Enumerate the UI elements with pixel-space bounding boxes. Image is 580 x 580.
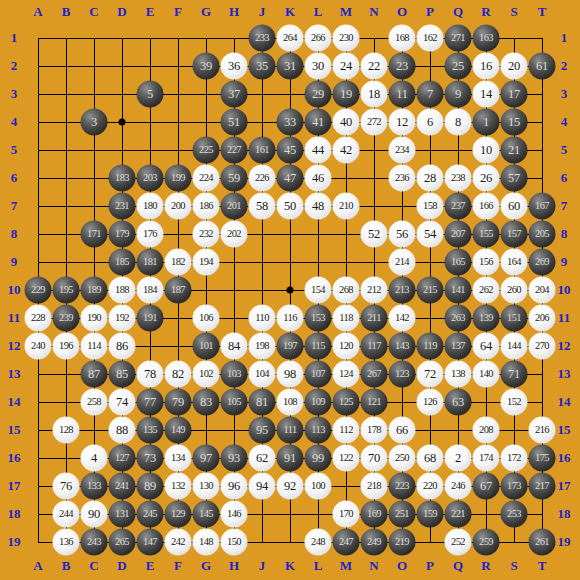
black-stone-E15[interactable]: 135 bbox=[137, 417, 164, 444]
white-stone-B15[interactable]: 128 bbox=[53, 417, 80, 444]
white-stone-O6[interactable]: 236 bbox=[389, 165, 416, 192]
white-stone-C14[interactable]: 258 bbox=[81, 389, 108, 416]
white-stone-M16[interactable]: 122 bbox=[333, 445, 360, 472]
black-stone-S5[interactable]: 21 bbox=[501, 137, 528, 164]
white-stone-P17[interactable]: 220 bbox=[417, 473, 444, 500]
black-stone-C10[interactable]: 189 bbox=[81, 277, 108, 304]
black-stone-D6[interactable]: 183 bbox=[109, 165, 136, 192]
black-stone-E18[interactable]: 245 bbox=[137, 501, 164, 528]
black-stone-H4[interactable]: 51 bbox=[221, 109, 248, 136]
white-stone-M13[interactable]: 124 bbox=[333, 361, 360, 388]
white-stone-Q17[interactable]: 246 bbox=[445, 473, 472, 500]
black-stone-L14[interactable]: 109 bbox=[305, 389, 332, 416]
white-stone-M7[interactable]: 210 bbox=[333, 193, 360, 220]
white-stone-A12[interactable]: 240 bbox=[25, 333, 52, 360]
black-stone-O12[interactable]: 143 bbox=[389, 333, 416, 360]
move-number: 182 bbox=[171, 257, 185, 268]
move-number: 250 bbox=[395, 453, 409, 464]
white-stone-D10[interactable]: 188 bbox=[109, 277, 136, 304]
move-number: 64 bbox=[480, 340, 492, 353]
white-stone-G13[interactable]: 102 bbox=[193, 361, 220, 388]
white-stone-P14[interactable]: 126 bbox=[417, 389, 444, 416]
black-stone-B11[interactable]: 239 bbox=[53, 305, 80, 332]
black-stone-O13[interactable]: 123 bbox=[389, 361, 416, 388]
black-stone-K6[interactable]: 47 bbox=[277, 165, 304, 192]
white-stone-K17[interactable]: 92 bbox=[277, 473, 304, 500]
black-stone-B10[interactable]: 195 bbox=[53, 277, 80, 304]
row-label-right-5: 5 bbox=[561, 142, 568, 158]
black-stone-Q1[interactable]: 271 bbox=[445, 25, 472, 52]
black-stone-S3[interactable]: 17 bbox=[501, 81, 528, 108]
black-stone-F6[interactable]: 199 bbox=[165, 165, 192, 192]
white-stone-Q16[interactable]: 2 bbox=[445, 445, 472, 472]
black-stone-T9[interactable]: 269 bbox=[529, 249, 556, 276]
black-stone-H7[interactable]: 201 bbox=[221, 193, 248, 220]
white-stone-E8[interactable]: 176 bbox=[137, 221, 164, 248]
white-stone-A11[interactable]: 228 bbox=[25, 305, 52, 332]
black-stone-J14[interactable]: 81 bbox=[249, 389, 276, 416]
white-stone-C11[interactable]: 190 bbox=[81, 305, 108, 332]
black-stone-F14[interactable]: 79 bbox=[165, 389, 192, 416]
white-stone-T10[interactable]: 204 bbox=[529, 277, 556, 304]
white-stone-T12[interactable]: 270 bbox=[529, 333, 556, 360]
white-stone-G11[interactable]: 106 bbox=[193, 305, 220, 332]
black-stone-Q9[interactable]: 165 bbox=[445, 249, 472, 276]
black-stone-Q10[interactable]: 141 bbox=[445, 277, 472, 304]
white-stone-O15[interactable]: 66 bbox=[389, 417, 416, 444]
white-stone-L5[interactable]: 44 bbox=[305, 137, 332, 164]
move-number: 72 bbox=[424, 368, 436, 381]
black-stone-D8[interactable]: 179 bbox=[109, 221, 136, 248]
black-stone-O17[interactable]: 223 bbox=[389, 473, 416, 500]
white-stone-H19[interactable]: 150 bbox=[221, 529, 248, 556]
black-stone-Q18[interactable]: 221 bbox=[445, 501, 472, 528]
black-stone-R1[interactable]: 163 bbox=[473, 25, 500, 52]
black-stone-Q8[interactable]: 207 bbox=[445, 221, 472, 248]
black-stone-N19[interactable]: 249 bbox=[361, 529, 388, 556]
white-stone-F13[interactable]: 82 bbox=[165, 361, 192, 388]
white-stone-N17[interactable]: 218 bbox=[361, 473, 388, 500]
white-stone-B19[interactable]: 136 bbox=[53, 529, 80, 556]
black-stone-Q14[interactable]: 63 bbox=[445, 389, 472, 416]
white-stone-D15[interactable]: 88 bbox=[109, 417, 136, 444]
white-stone-L17[interactable]: 100 bbox=[305, 473, 332, 500]
black-stone-D17[interactable]: 241 bbox=[109, 473, 136, 500]
move-number: 146 bbox=[227, 509, 241, 520]
white-stone-L1[interactable]: 266 bbox=[305, 25, 332, 52]
black-stone-G5[interactable]: 225 bbox=[193, 137, 220, 164]
move-number: 258 bbox=[87, 397, 101, 408]
black-stone-G12[interactable]: 101 bbox=[193, 333, 220, 360]
white-stone-O5[interactable]: 234 bbox=[389, 137, 416, 164]
black-stone-S17[interactable]: 173 bbox=[501, 473, 528, 500]
white-stone-F17[interactable]: 132 bbox=[165, 473, 192, 500]
white-stone-G17[interactable]: 130 bbox=[193, 473, 220, 500]
white-stone-N3[interactable]: 18 bbox=[361, 81, 388, 108]
white-stone-H18[interactable]: 146 bbox=[221, 501, 248, 528]
black-stone-Q3[interactable]: 9 bbox=[445, 81, 472, 108]
white-stone-O4[interactable]: 12 bbox=[389, 109, 416, 136]
black-stone-T19[interactable]: 261 bbox=[529, 529, 556, 556]
white-stone-G9[interactable]: 194 bbox=[193, 249, 220, 276]
black-stone-P12[interactable]: 119 bbox=[417, 333, 444, 360]
white-stone-R10[interactable]: 262 bbox=[473, 277, 500, 304]
black-stone-L3[interactable]: 29 bbox=[305, 81, 332, 108]
black-stone-S6[interactable]: 57 bbox=[501, 165, 528, 192]
white-stone-O8[interactable]: 56 bbox=[389, 221, 416, 248]
white-stone-R5[interactable]: 10 bbox=[473, 137, 500, 164]
white-stone-R7[interactable]: 166 bbox=[473, 193, 500, 220]
black-stone-H16[interactable]: 93 bbox=[221, 445, 248, 472]
white-stone-Q13[interactable]: 138 bbox=[445, 361, 472, 388]
move-number: 199 bbox=[171, 173, 185, 184]
row-label-left-10: 10 bbox=[8, 282, 21, 298]
white-stone-C18[interactable]: 90 bbox=[81, 501, 108, 528]
white-stone-B17[interactable]: 76 bbox=[53, 473, 80, 500]
white-stone-E10[interactable]: 184 bbox=[137, 277, 164, 304]
black-stone-H3[interactable]: 37 bbox=[221, 81, 248, 108]
white-stone-T11[interactable]: 206 bbox=[529, 305, 556, 332]
black-stone-E14[interactable]: 77 bbox=[137, 389, 164, 416]
black-stone-L15[interactable]: 113 bbox=[305, 417, 332, 444]
black-stone-L4[interactable]: 41 bbox=[305, 109, 332, 136]
white-stone-O16[interactable]: 250 bbox=[389, 445, 416, 472]
white-stone-M15[interactable]: 112 bbox=[333, 417, 360, 444]
black-stone-D18[interactable]: 131 bbox=[109, 501, 136, 528]
black-stone-K5[interactable]: 45 bbox=[277, 137, 304, 164]
white-stone-F7[interactable]: 200 bbox=[165, 193, 192, 220]
white-stone-S16[interactable]: 172 bbox=[501, 445, 528, 472]
white-stone-G8[interactable]: 232 bbox=[193, 221, 220, 248]
move-number: 181 bbox=[143, 257, 157, 268]
black-stone-K16[interactable]: 91 bbox=[277, 445, 304, 472]
black-stone-T16[interactable]: 175 bbox=[529, 445, 556, 472]
black-stone-O19[interactable]: 219 bbox=[389, 529, 416, 556]
move-number: 187 bbox=[171, 285, 185, 296]
white-stone-F16[interactable]: 134 bbox=[165, 445, 192, 472]
move-number: 58 bbox=[256, 200, 268, 213]
black-stone-K15[interactable]: 111 bbox=[277, 417, 304, 444]
col-label-top-C: C bbox=[89, 4, 98, 20]
white-stone-S7[interactable]: 60 bbox=[501, 193, 528, 220]
white-stone-E13[interactable]: 78 bbox=[137, 361, 164, 388]
col-label-top-D: D bbox=[117, 4, 126, 20]
move-number: 266 bbox=[311, 33, 325, 44]
black-stone-O3[interactable]: 11 bbox=[389, 81, 416, 108]
black-stone-D13[interactable]: 85 bbox=[109, 361, 136, 388]
white-stone-N15[interactable]: 178 bbox=[361, 417, 388, 444]
black-stone-S8[interactable]: 157 bbox=[501, 221, 528, 248]
move-number: 252 bbox=[451, 537, 465, 548]
black-stone-H13[interactable]: 103 bbox=[221, 361, 248, 388]
white-stone-L2[interactable]: 30 bbox=[305, 53, 332, 80]
white-stone-E7[interactable]: 180 bbox=[137, 193, 164, 220]
black-stone-F10[interactable]: 187 bbox=[165, 277, 192, 304]
white-stone-T15[interactable]: 216 bbox=[529, 417, 556, 444]
white-stone-J16[interactable]: 62 bbox=[249, 445, 276, 472]
white-stone-N10[interactable]: 212 bbox=[361, 277, 388, 304]
black-stone-T7[interactable]: 167 bbox=[529, 193, 556, 220]
white-stone-P13[interactable]: 72 bbox=[417, 361, 444, 388]
white-stone-S10[interactable]: 260 bbox=[501, 277, 528, 304]
black-stone-L13[interactable]: 107 bbox=[305, 361, 332, 388]
white-stone-N4[interactable]: 272 bbox=[361, 109, 388, 136]
white-stone-J6[interactable]: 226 bbox=[249, 165, 276, 192]
black-stone-O18[interactable]: 251 bbox=[389, 501, 416, 528]
white-stone-P4[interactable]: 6 bbox=[417, 109, 444, 136]
black-stone-J1[interactable]: 233 bbox=[249, 25, 276, 52]
black-stone-D9[interactable]: 185 bbox=[109, 249, 136, 276]
col-label-bottom-K: K bbox=[285, 558, 295, 574]
white-stone-Q6[interactable]: 238 bbox=[445, 165, 472, 192]
white-stone-P8[interactable]: 54 bbox=[417, 221, 444, 248]
black-stone-P10[interactable]: 215 bbox=[417, 277, 444, 304]
white-stone-M11[interactable]: 118 bbox=[333, 305, 360, 332]
black-stone-J2[interactable]: 35 bbox=[249, 53, 276, 80]
black-stone-T17[interactable]: 217 bbox=[529, 473, 556, 500]
black-stone-E3[interactable]: 5 bbox=[137, 81, 164, 108]
black-stone-N14[interactable]: 121 bbox=[361, 389, 388, 416]
white-stone-K13[interactable]: 98 bbox=[277, 361, 304, 388]
black-stone-A10[interactable]: 229 bbox=[25, 277, 52, 304]
white-stone-R15[interactable]: 208 bbox=[473, 417, 500, 444]
white-stone-L10[interactable]: 154 bbox=[305, 277, 332, 304]
white-stone-J11[interactable]: 110 bbox=[249, 305, 276, 332]
white-stone-R6[interactable]: 26 bbox=[473, 165, 500, 192]
white-stone-D12[interactable]: 86 bbox=[109, 333, 136, 360]
black-stone-K2[interactable]: 31 bbox=[277, 53, 304, 80]
white-stone-H8[interactable]: 202 bbox=[221, 221, 248, 248]
black-stone-C13[interactable]: 87 bbox=[81, 361, 108, 388]
black-stone-M3[interactable]: 19 bbox=[333, 81, 360, 108]
white-stone-N16[interactable]: 70 bbox=[361, 445, 388, 472]
white-stone-M5[interactable]: 42 bbox=[333, 137, 360, 164]
white-stone-M18[interactable]: 170 bbox=[333, 501, 360, 528]
col-label-bottom-M: M bbox=[340, 558, 352, 574]
black-stone-T8[interactable]: 205 bbox=[529, 221, 556, 248]
black-stone-G14[interactable]: 83 bbox=[193, 389, 220, 416]
black-stone-S11[interactable]: 151 bbox=[501, 305, 528, 332]
white-stone-R13[interactable]: 140 bbox=[473, 361, 500, 388]
white-stone-Q4[interactable]: 8 bbox=[445, 109, 472, 136]
white-stone-G6[interactable]: 224 bbox=[193, 165, 220, 192]
black-stone-K12[interactable]: 197 bbox=[277, 333, 304, 360]
white-stone-J17[interactable]: 94 bbox=[249, 473, 276, 500]
black-stone-E9[interactable]: 181 bbox=[137, 249, 164, 276]
white-stone-J13[interactable]: 104 bbox=[249, 361, 276, 388]
row-label-left-16: 16 bbox=[8, 450, 21, 466]
move-number: 215 bbox=[423, 285, 437, 296]
black-stone-Q2[interactable]: 25 bbox=[445, 53, 472, 80]
move-number: 158 bbox=[423, 201, 437, 212]
col-label-top-K: K bbox=[285, 4, 295, 20]
black-stone-R19[interactable]: 259 bbox=[473, 529, 500, 556]
white-stone-S2[interactable]: 20 bbox=[501, 53, 528, 80]
black-stone-C8[interactable]: 171 bbox=[81, 221, 108, 248]
white-stone-C12[interactable]: 114 bbox=[81, 333, 108, 360]
move-number: 28 bbox=[424, 172, 436, 185]
white-stone-F9[interactable]: 182 bbox=[165, 249, 192, 276]
white-stone-S12[interactable]: 144 bbox=[501, 333, 528, 360]
white-stone-H12[interactable]: 84 bbox=[221, 333, 248, 360]
white-stone-H2[interactable]: 36 bbox=[221, 53, 248, 80]
white-stone-J7[interactable]: 58 bbox=[249, 193, 276, 220]
black-stone-S18[interactable]: 253 bbox=[501, 501, 528, 528]
white-stone-L19[interactable]: 248 bbox=[305, 529, 332, 556]
white-stone-K11[interactable]: 116 bbox=[277, 305, 304, 332]
white-stone-D14[interactable]: 74 bbox=[109, 389, 136, 416]
move-number: 9 bbox=[455, 88, 461, 101]
white-stone-K7[interactable]: 50 bbox=[277, 193, 304, 220]
black-stone-F15[interactable]: 149 bbox=[165, 417, 192, 444]
black-stone-E19[interactable]: 147 bbox=[137, 529, 164, 556]
black-stone-O2[interactable]: 23 bbox=[389, 53, 416, 80]
black-stone-L11[interactable]: 153 bbox=[305, 305, 332, 332]
white-stone-H17[interactable]: 96 bbox=[221, 473, 248, 500]
white-stone-B12[interactable]: 196 bbox=[53, 333, 80, 360]
black-stone-G2[interactable]: 39 bbox=[193, 53, 220, 80]
black-stone-D19[interactable]: 265 bbox=[109, 529, 136, 556]
col-label-top-E: E bbox=[146, 4, 155, 20]
black-stone-T2[interactable]: 61 bbox=[529, 53, 556, 80]
black-stone-R8[interactable]: 155 bbox=[473, 221, 500, 248]
row-label-left-19: 19 bbox=[8, 534, 21, 550]
black-stone-R17[interactable]: 67 bbox=[473, 473, 500, 500]
white-stone-P16[interactable]: 68 bbox=[417, 445, 444, 472]
white-stone-R12[interactable]: 64 bbox=[473, 333, 500, 360]
black-stone-D7[interactable]: 231 bbox=[109, 193, 136, 220]
black-stone-Q12[interactable]: 137 bbox=[445, 333, 472, 360]
move-number: 97 bbox=[200, 452, 212, 465]
go-board[interactable]: AABBCCDDEEFFGGHHJJKKLLMMNNOOPPQQRRSSTT11… bbox=[0, 0, 580, 580]
move-number: 4 bbox=[91, 452, 97, 465]
move-number: 244 bbox=[59, 509, 73, 520]
black-stone-C17[interactable]: 133 bbox=[81, 473, 108, 500]
row-label-left-14: 14 bbox=[8, 394, 21, 410]
black-stone-O10[interactable]: 213 bbox=[389, 277, 416, 304]
move-number: 126 bbox=[423, 397, 437, 408]
black-stone-N13[interactable]: 267 bbox=[361, 361, 388, 388]
white-stone-R9[interactable]: 156 bbox=[473, 249, 500, 276]
white-stone-O1[interactable]: 168 bbox=[389, 25, 416, 52]
white-stone-S14[interactable]: 152 bbox=[501, 389, 528, 416]
move-number: 79 bbox=[172, 396, 184, 409]
white-stone-C16[interactable]: 4 bbox=[81, 445, 108, 472]
move-number: 191 bbox=[143, 313, 157, 324]
white-stone-M1[interactable]: 230 bbox=[333, 25, 360, 52]
black-stone-G18[interactable]: 145 bbox=[193, 501, 220, 528]
black-stone-S13[interactable]: 71 bbox=[501, 361, 528, 388]
white-stone-P6[interactable]: 28 bbox=[417, 165, 444, 192]
move-number: 37 bbox=[228, 88, 240, 101]
black-stone-Q11[interactable]: 263 bbox=[445, 305, 472, 332]
black-stone-M19[interactable]: 247 bbox=[333, 529, 360, 556]
black-stone-L16[interactable]: 99 bbox=[305, 445, 332, 472]
move-number: 228 bbox=[31, 313, 45, 324]
black-stone-J5[interactable]: 161 bbox=[249, 137, 276, 164]
black-stone-P3[interactable]: 7 bbox=[417, 81, 444, 108]
move-number: 271 bbox=[451, 33, 465, 44]
white-stone-M4[interactable]: 40 bbox=[333, 109, 360, 136]
move-number: 161 bbox=[255, 145, 269, 156]
black-stone-E17[interactable]: 89 bbox=[137, 473, 164, 500]
black-stone-E6[interactable]: 203 bbox=[137, 165, 164, 192]
black-stone-G16[interactable]: 97 bbox=[193, 445, 220, 472]
black-stone-F18[interactable]: 129 bbox=[165, 501, 192, 528]
white-stone-R16[interactable]: 174 bbox=[473, 445, 500, 472]
move-number: 93 bbox=[228, 452, 240, 465]
white-stone-R3[interactable]: 14 bbox=[473, 81, 500, 108]
white-stone-M10[interactable]: 268 bbox=[333, 277, 360, 304]
black-stone-H6[interactable]: 59 bbox=[221, 165, 248, 192]
black-stone-J15[interactable]: 95 bbox=[249, 417, 276, 444]
black-stone-N11[interactable]: 211 bbox=[361, 305, 388, 332]
move-number: 192 bbox=[115, 313, 129, 324]
move-number: 142 bbox=[395, 313, 409, 324]
black-stone-M14[interactable]: 125 bbox=[333, 389, 360, 416]
black-stone-C19[interactable]: 243 bbox=[81, 529, 108, 556]
black-stone-S4[interactable]: 15 bbox=[501, 109, 528, 136]
white-stone-R2[interactable]: 16 bbox=[473, 53, 500, 80]
white-stone-L7[interactable]: 48 bbox=[305, 193, 332, 220]
white-stone-L6[interactable]: 46 bbox=[305, 165, 332, 192]
white-stone-N8[interactable]: 52 bbox=[361, 221, 388, 248]
black-stone-D16[interactable]: 127 bbox=[109, 445, 136, 472]
black-stone-N12[interactable]: 117 bbox=[361, 333, 388, 360]
black-stone-H5[interactable]: 227 bbox=[221, 137, 248, 164]
move-number: 218 bbox=[367, 481, 381, 492]
white-stone-J12[interactable]: 198 bbox=[249, 333, 276, 360]
row-label-right-12: 12 bbox=[558, 338, 571, 354]
black-stone-L12[interactable]: 115 bbox=[305, 333, 332, 360]
black-stone-P18[interactable]: 159 bbox=[417, 501, 444, 528]
white-stone-N2[interactable]: 22 bbox=[361, 53, 388, 80]
white-stone-O9[interactable]: 214 bbox=[389, 249, 416, 276]
move-number: 102 bbox=[199, 369, 213, 380]
white-stone-P7[interactable]: 158 bbox=[417, 193, 444, 220]
black-stone-H14[interactable]: 105 bbox=[221, 389, 248, 416]
black-stone-R4[interactable]: 1 bbox=[473, 109, 500, 136]
black-stone-N18[interactable]: 169 bbox=[361, 501, 388, 528]
col-label-top-R: R bbox=[481, 4, 490, 20]
black-stone-C4[interactable]: 3 bbox=[81, 109, 108, 136]
white-stone-P1[interactable]: 162 bbox=[417, 25, 444, 52]
white-stone-B18[interactable]: 244 bbox=[53, 501, 80, 528]
black-stone-E16[interactable]: 73 bbox=[137, 445, 164, 472]
move-number: 2 bbox=[455, 452, 461, 465]
white-stone-M12[interactable]: 120 bbox=[333, 333, 360, 360]
white-stone-G19[interactable]: 148 bbox=[193, 529, 220, 556]
move-number: 82 bbox=[172, 368, 184, 381]
white-stone-K1[interactable]: 264 bbox=[277, 25, 304, 52]
black-stone-Q7[interactable]: 237 bbox=[445, 193, 472, 220]
white-stone-O11[interactable]: 142 bbox=[389, 305, 416, 332]
white-stone-M2[interactable]: 24 bbox=[333, 53, 360, 80]
move-number: 94 bbox=[256, 480, 268, 493]
black-stone-E11[interactable]: 191 bbox=[137, 305, 164, 332]
white-stone-K14[interactable]: 108 bbox=[277, 389, 304, 416]
col-label-top-N: N bbox=[369, 4, 378, 20]
black-stone-K4[interactable]: 33 bbox=[277, 109, 304, 136]
move-number: 150 bbox=[227, 537, 241, 548]
white-stone-Q19[interactable]: 252 bbox=[445, 529, 472, 556]
white-stone-S9[interactable]: 164 bbox=[501, 249, 528, 276]
white-stone-G7[interactable]: 186 bbox=[193, 193, 220, 220]
white-stone-F19[interactable]: 242 bbox=[165, 529, 192, 556]
move-number: 18 bbox=[368, 88, 380, 101]
black-stone-R11[interactable]: 139 bbox=[473, 305, 500, 332]
white-stone-D11[interactable]: 192 bbox=[109, 305, 136, 332]
